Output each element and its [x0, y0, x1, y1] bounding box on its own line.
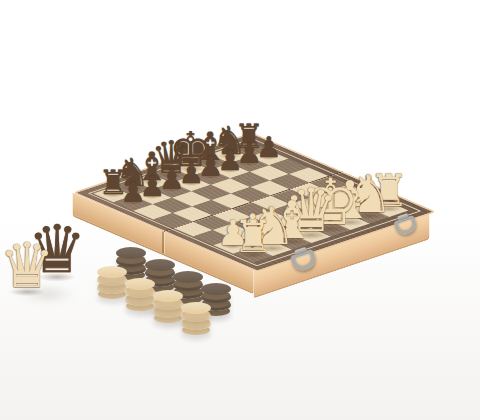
checker-light-stack1-disc1 — [97, 266, 127, 278]
spare-queens-shadow — [8, 284, 86, 304]
checker-dark-stack1-disc2 — [116, 255, 146, 267]
checkers-shadow — [92, 274, 233, 350]
checker-dark-stack3-disc2 — [173, 279, 203, 291]
checker-dark-stack3-disc3 — [173, 287, 203, 299]
spare-dark-queen: ♛ — [27, 217, 86, 283]
checker-dark-stack4-disc1 — [201, 283, 231, 295]
chess-set-photo: ♜♞♝♛♚♝♞♜♟♟♟♟♟♟♟♟♟♟♟♟♟♟♟♟♜♞♝♛♚♝♞♜ ♛♛ — [0, 0, 480, 420]
checker-dark-stack4-disc3 — [201, 299, 231, 311]
checker-dark-stack2-disc3 — [145, 275, 175, 287]
checker-dark-stack2-disc2 — [145, 267, 175, 279]
spare-dark-queen-shadow — [31, 271, 82, 283]
checker-dark-stack4-disc2 — [201, 291, 231, 303]
checker-dark-stack1-disc3 — [116, 263, 146, 275]
